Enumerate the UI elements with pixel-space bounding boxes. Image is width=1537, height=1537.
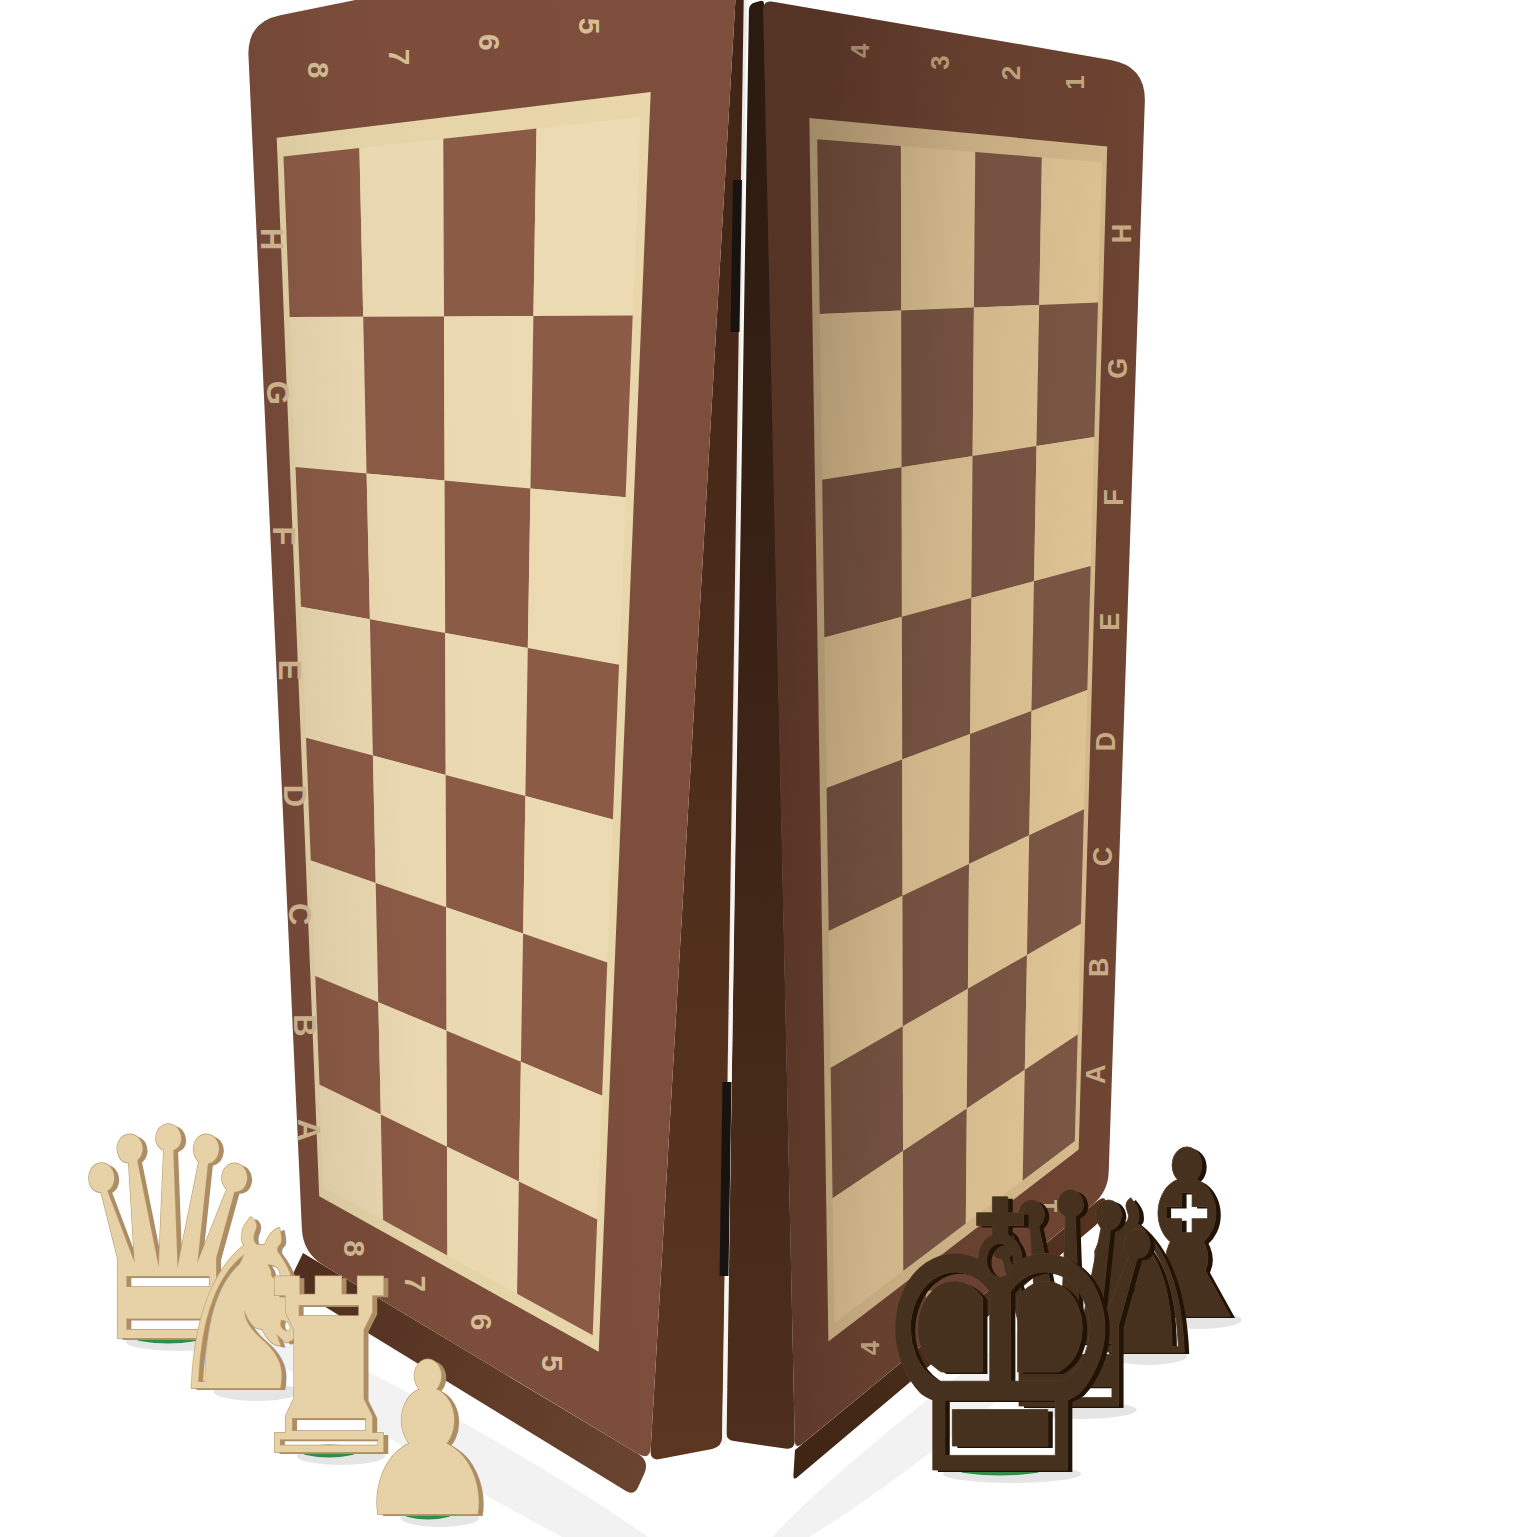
white-pawn-glyph: ♟ — [352, 1317, 504, 1537]
piece-black-king: ♚♚ — [866, 1123, 1139, 1537]
folding-chessboard-photo: HGFEDCBA87658765HGFEDCBA43214321♛♛♞♞♜♜♟♟… — [0, 0, 1537, 1537]
black-king-glyph: ♚ — [866, 1123, 1134, 1537]
piece-white-pawn: ♟♟ — [352, 1317, 509, 1537]
scene-svg: HGFEDCBA87658765HGFEDCBA43214321♛♛♞♞♜♜♟♟… — [0, 0, 1537, 1537]
